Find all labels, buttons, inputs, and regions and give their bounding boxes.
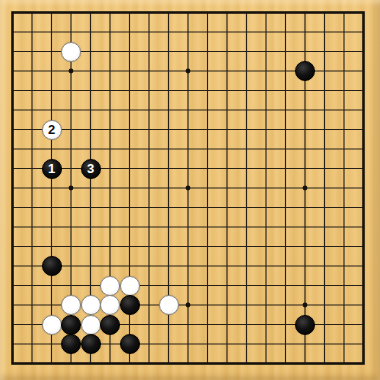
stone-black (100, 315, 120, 335)
stone-white (42, 315, 62, 335)
stone-white (159, 295, 179, 315)
stone-black (61, 315, 81, 335)
stone-black (295, 315, 315, 335)
stone-white (100, 276, 120, 296)
stone-white (61, 295, 81, 315)
stone-white (81, 315, 101, 335)
stone-white (61, 42, 81, 62)
stones-grid[interactable]: 213 (3, 3, 374, 374)
stone-white (100, 295, 120, 315)
go-board[interactable]: 213 (0, 0, 380, 380)
stone-white (81, 295, 101, 315)
stone-black-move-3: 3 (81, 159, 101, 179)
stone-black (81, 334, 101, 354)
stone-black (61, 334, 81, 354)
stone-white-move-2: 2 (42, 120, 62, 140)
stone-black (42, 256, 62, 276)
stone-black (120, 334, 140, 354)
stone-white (120, 276, 140, 296)
stone-black (295, 61, 315, 81)
stone-black-move-1: 1 (42, 159, 62, 179)
stone-black (120, 295, 140, 315)
